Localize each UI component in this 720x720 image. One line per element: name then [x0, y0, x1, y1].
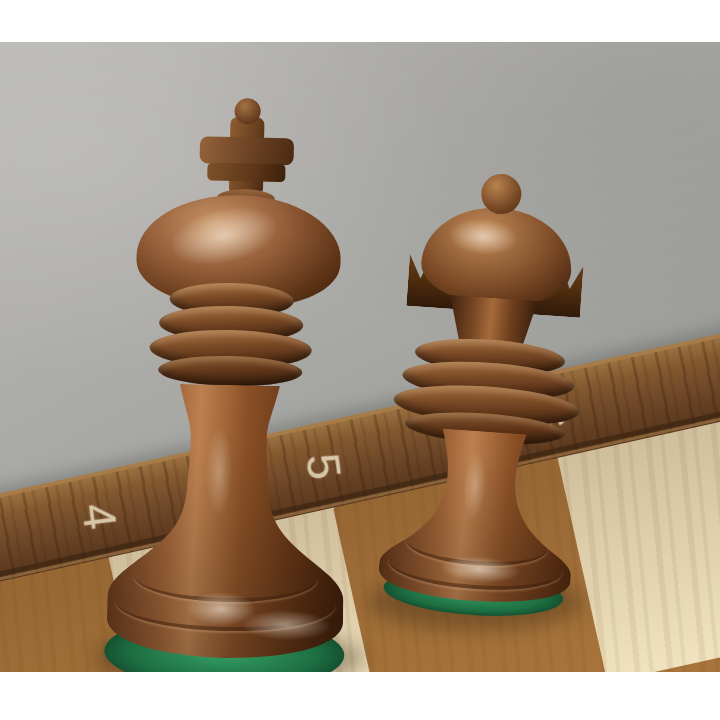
white-frame-top: [0, 0, 720, 42]
photo-area: 4 5 6: [0, 42, 720, 672]
queen-piece: [364, 165, 638, 671]
white-frame-bottom: [0, 672, 720, 720]
king-cross-arms: [200, 136, 295, 165]
king-piece: [89, 94, 372, 672]
king-cross-step: [207, 163, 285, 183]
product-photo: 4 5 6: [0, 0, 720, 720]
